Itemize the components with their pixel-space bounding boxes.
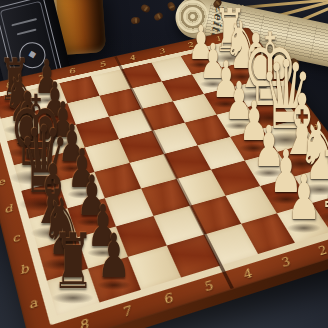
board-area: 8877665544332211hhggffeeddccbbaa — [0, 0, 328, 322]
chess-set-photo: Zeitung ◆ 8877665544332211hhggffeeddccbb… — [0, 0, 328, 328]
